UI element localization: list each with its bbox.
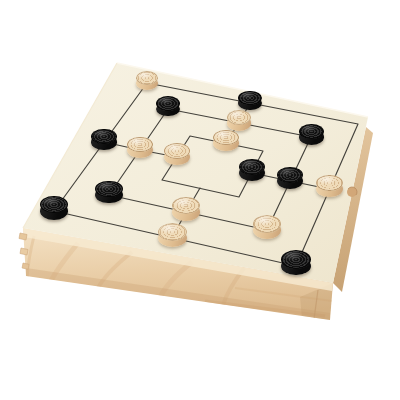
piece-black-g1[interactable] <box>281 250 311 275</box>
piece-top <box>91 129 116 145</box>
piece-white-c4[interactable] <box>164 143 190 165</box>
piece-black-b6[interactable] <box>156 96 180 116</box>
piece-top <box>299 124 324 140</box>
piece-top <box>136 71 159 85</box>
piece-top <box>238 91 262 106</box>
piece-black-d7[interactable] <box>238 91 262 111</box>
piece-black-a1[interactable] <box>40 196 68 220</box>
piece-top <box>158 223 187 241</box>
piece-white-d6[interactable] <box>227 110 251 131</box>
piece-white-a7[interactable] <box>136 71 159 90</box>
piece-white-g4[interactable] <box>316 175 343 198</box>
piece-white-d1[interactable] <box>158 223 187 247</box>
piece-black-e4[interactable] <box>239 159 265 181</box>
product-photo-scene <box>0 0 400 400</box>
piece-black-b2[interactable] <box>95 181 122 204</box>
piece-white-f2[interactable] <box>253 215 282 239</box>
piece-black-f6[interactable] <box>299 124 324 145</box>
piece-top <box>213 130 238 146</box>
piece-top <box>316 175 343 192</box>
piece-white-d2[interactable] <box>172 197 200 221</box>
piece-top <box>127 137 153 153</box>
piece-white-b4[interactable] <box>127 137 153 158</box>
piece-top <box>95 181 122 198</box>
piece-top <box>281 250 311 269</box>
piece-top <box>156 96 180 111</box>
piece-white-d5[interactable] <box>213 130 238 151</box>
piece-top <box>253 215 282 233</box>
piece-black-a4[interactable] <box>91 129 116 150</box>
piece-black-f4[interactable] <box>277 167 304 189</box>
